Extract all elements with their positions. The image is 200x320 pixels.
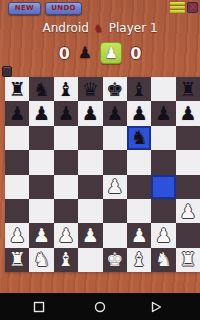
square-g8[interactable] xyxy=(151,77,175,101)
square-d2[interactable]: ♟ xyxy=(78,223,102,247)
black-bishop-piece: ♝ xyxy=(57,80,74,99)
square-d4[interactable] xyxy=(78,175,102,199)
square-h2[interactable] xyxy=(176,223,200,247)
white-pawn-piece: ♟ xyxy=(33,226,50,245)
black-pawn-piece: ♟ xyxy=(155,104,172,123)
black-bishop-piece: ♝ xyxy=(131,80,148,99)
white-pawn-piece: ♟ xyxy=(131,226,148,245)
square-c3[interactable] xyxy=(54,199,78,223)
white-pawn-piece: ♟ xyxy=(155,226,172,245)
black-pawn-piece: ♟ xyxy=(9,104,26,123)
white-bishop-piece: ♝ xyxy=(131,250,148,269)
white-pawn-piece: ♟ xyxy=(9,226,26,245)
square-a8[interactable]: ♜ xyxy=(5,77,29,101)
white-pawn-piece: ♟ xyxy=(57,226,74,245)
square-a5[interactable] xyxy=(5,150,29,174)
square-g7[interactable]: ♟ xyxy=(151,101,175,125)
square-d1[interactable] xyxy=(78,248,102,272)
black-pawn-piece: ♟ xyxy=(57,104,74,123)
square-a3[interactable] xyxy=(5,199,29,223)
android-nav-bar xyxy=(0,293,200,320)
turn-indicator: ♟ xyxy=(100,42,122,64)
board-corner-marker xyxy=(2,66,12,77)
square-f6[interactable]: ♞ xyxy=(127,126,151,150)
square-c5[interactable] xyxy=(54,150,78,174)
square-c8[interactable]: ♝ xyxy=(54,77,78,101)
square-b7[interactable]: ♟ xyxy=(29,101,53,125)
home-button-icon[interactable] xyxy=(94,301,106,313)
ad-stripes-icon[interactable] xyxy=(170,2,185,13)
square-b3[interactable] xyxy=(29,199,53,223)
square-e2[interactable] xyxy=(103,223,127,247)
square-f1[interactable]: ♝ xyxy=(127,248,151,272)
square-e3[interactable] xyxy=(103,199,127,223)
back-button-icon[interactable] xyxy=(150,301,162,313)
square-h3[interactable]: ♟ xyxy=(176,199,200,223)
square-c6[interactable] xyxy=(54,126,78,150)
square-h6[interactable] xyxy=(176,126,200,150)
white-pawn-icon: ♟ xyxy=(104,46,117,61)
close-icon[interactable]: ✕ xyxy=(187,2,198,13)
square-f2[interactable]: ♟ xyxy=(127,223,151,247)
square-d7[interactable]: ♟ xyxy=(78,101,102,125)
square-d3[interactable] xyxy=(78,199,102,223)
square-h1[interactable]: ♜ xyxy=(176,248,200,272)
square-b6[interactable] xyxy=(29,126,53,150)
black-pawn-piece: ♟ xyxy=(33,104,50,123)
square-f4[interactable] xyxy=(127,175,151,199)
square-a2[interactable]: ♟ xyxy=(5,223,29,247)
undo-button[interactable]: UNDO xyxy=(45,2,82,15)
square-e1[interactable]: ♚ xyxy=(103,248,127,272)
black-pawn-piece: ♟ xyxy=(179,104,196,123)
stripe-bar xyxy=(170,6,185,9)
black-queen-piece: ♛ xyxy=(82,80,99,99)
players-header: Android ♞ Player 1 xyxy=(0,21,200,35)
recents-button-icon[interactable] xyxy=(33,301,45,313)
black-pawn-piece: ♟ xyxy=(82,104,99,123)
stripe-bar xyxy=(170,10,185,13)
square-f5[interactable] xyxy=(127,150,151,174)
square-e7[interactable]: ♟ xyxy=(103,101,127,125)
square-a7[interactable]: ♟ xyxy=(5,101,29,125)
square-d5[interactable] xyxy=(78,150,102,174)
black-pawn-icon: ♟ xyxy=(78,45,92,61)
black-captures-count: 0 xyxy=(59,44,70,63)
stripe-bar xyxy=(170,2,185,5)
square-f7[interactable]: ♟ xyxy=(127,101,151,125)
black-knight-piece: ♞ xyxy=(33,80,50,99)
square-c1[interactable]: ♝ xyxy=(54,248,78,272)
black-pawn-piece: ♟ xyxy=(131,104,148,123)
black-king-piece: ♚ xyxy=(106,80,123,99)
black-rook-piece: ♜ xyxy=(9,80,26,99)
square-g4[interactable] xyxy=(151,175,175,199)
square-a4[interactable] xyxy=(5,175,29,199)
square-g5[interactable] xyxy=(151,150,175,174)
square-b8[interactable]: ♞ xyxy=(29,77,53,101)
capture-score-row: 0 ♟ ♟ 0 xyxy=(0,40,200,66)
white-bishop-piece: ♝ xyxy=(57,250,74,269)
square-a6[interactable] xyxy=(5,126,29,150)
new-game-button[interactable]: NEW xyxy=(8,2,41,15)
square-b5[interactable] xyxy=(29,150,53,174)
white-pawn-piece: ♟ xyxy=(106,177,123,196)
square-h8[interactable]: ♜ xyxy=(176,77,200,101)
square-g1[interactable]: ♞ xyxy=(151,248,175,272)
square-e5[interactable] xyxy=(103,150,127,174)
square-a1[interactable]: ♜ xyxy=(5,248,29,272)
square-h4[interactable] xyxy=(176,175,200,199)
square-c4[interactable] xyxy=(54,175,78,199)
player-black-name: Android xyxy=(42,21,88,35)
square-b2[interactable]: ♟ xyxy=(29,223,53,247)
black-knight-piece: ♞ xyxy=(131,128,148,147)
black-rook-piece: ♜ xyxy=(179,80,196,99)
square-g6[interactable] xyxy=(151,126,175,150)
white-rook-piece: ♜ xyxy=(9,250,26,269)
square-c7[interactable]: ♟ xyxy=(54,101,78,125)
square-h5[interactable] xyxy=(176,150,200,174)
white-knight-piece: ♞ xyxy=(155,250,172,269)
white-rook-piece: ♜ xyxy=(179,250,196,269)
chess-board: ♜♞♝♛♚♝♜♟♟♟♟♟♟♟♟♞♟♟♟♟♟♟♟♟♜♞♝♚♝♞♜ xyxy=(5,77,200,272)
square-e8[interactable]: ♚ xyxy=(103,77,127,101)
square-d8[interactable]: ♛ xyxy=(78,77,102,101)
white-knight-piece: ♞ xyxy=(33,250,50,269)
square-f3[interactable] xyxy=(127,199,151,223)
square-e6[interactable] xyxy=(103,126,127,150)
square-b1[interactable]: ♞ xyxy=(29,248,53,272)
white-pawn-piece: ♟ xyxy=(179,202,196,221)
square-h7[interactable]: ♟ xyxy=(176,101,200,125)
square-c2[interactable]: ♟ xyxy=(54,223,78,247)
square-d6[interactable] xyxy=(78,126,102,150)
square-e4[interactable]: ♟ xyxy=(103,175,127,199)
square-b4[interactable] xyxy=(29,175,53,199)
white-pawn-piece: ♟ xyxy=(82,226,99,245)
black-pawn-piece: ♟ xyxy=(106,104,123,123)
vs-knight-icon: ♞ xyxy=(94,22,104,35)
square-g2[interactable]: ♟ xyxy=(151,223,175,247)
square-f8[interactable]: ♝ xyxy=(127,77,151,101)
square-g3[interactable] xyxy=(151,199,175,223)
white-captures-count: 0 xyxy=(130,44,141,63)
player-white-name: Player 1 xyxy=(109,21,158,35)
app-background: NEW UNDO ✕ Android ♞ Player 1 0 ♟ ♟ 0 ♜♞… xyxy=(0,0,200,320)
white-king-piece: ♚ xyxy=(106,250,123,269)
